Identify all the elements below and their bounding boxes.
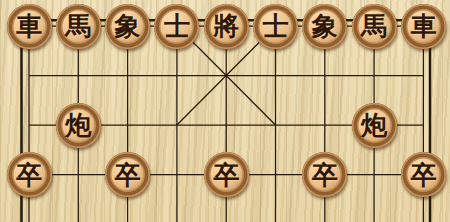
black-advisor-f-piece[interactable]: 士 xyxy=(253,4,298,49)
black-elephant-c-piece[interactable]: 象 xyxy=(105,4,150,49)
black-elephant-g-piece[interactable]: 象 xyxy=(302,4,347,49)
black-advisor-d-piece[interactable]: 士 xyxy=(154,4,199,49)
black-cannon-b-piece[interactable]: 炮 xyxy=(56,103,101,148)
black-soldier-c-piece[interactable]: 卒 xyxy=(105,152,150,197)
black-horse-h-piece[interactable]: 馬 xyxy=(352,4,397,49)
black-soldier-e-piece[interactable]: 卒 xyxy=(204,152,249,197)
xiangqi-board: 車馬象士將士象馬車炮炮卒卒卒卒卒 xyxy=(0,0,450,222)
black-soldier-a-piece[interactable]: 卒 xyxy=(7,152,52,197)
black-soldier-i-piece[interactable]: 卒 xyxy=(401,152,446,197)
black-chariot-a-piece[interactable]: 車 xyxy=(7,4,52,49)
black-cannon-h-piece[interactable]: 炮 xyxy=(352,103,397,148)
black-horse-b-piece[interactable]: 馬 xyxy=(56,4,101,49)
black-general-e-piece[interactable]: 將 xyxy=(204,4,249,49)
black-chariot-i-piece[interactable]: 車 xyxy=(401,4,446,49)
black-soldier-g-piece[interactable]: 卒 xyxy=(302,152,347,197)
